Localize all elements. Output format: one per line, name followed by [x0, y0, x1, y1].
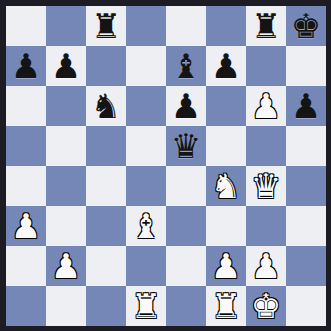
white-pawn-b2[interactable]: ♟	[51, 246, 81, 286]
black-pawn-b7[interactable]: ♟	[51, 46, 81, 86]
square-h8[interactable]: ♚	[286, 6, 326, 46]
square-h4[interactable]	[286, 166, 326, 206]
chess-board: ♜♜♚♟♟♝♟♞♟♟♟♛♞♛♟♝♟♟♟♜♜♚	[6, 6, 326, 326]
square-b8[interactable]	[46, 6, 86, 46]
square-d4[interactable]	[126, 166, 166, 206]
square-a4[interactable]	[6, 166, 46, 206]
square-a8[interactable]	[6, 6, 46, 46]
square-f4[interactable]: ♞	[206, 166, 246, 206]
white-pawn-g2[interactable]: ♟	[251, 246, 281, 286]
square-d2[interactable]	[126, 246, 166, 286]
square-f3[interactable]	[206, 206, 246, 246]
black-bishop-e7[interactable]: ♝	[171, 46, 201, 86]
square-c7[interactable]	[86, 46, 126, 86]
white-pawn-f2[interactable]: ♟	[211, 246, 241, 286]
square-d8[interactable]	[126, 6, 166, 46]
black-rook-c8[interactable]: ♜	[91, 6, 121, 46]
square-e2[interactable]	[166, 246, 206, 286]
square-g6[interactable]: ♟	[246, 86, 286, 126]
square-d7[interactable]	[126, 46, 166, 86]
black-rook-g8[interactable]: ♜	[251, 6, 281, 46]
square-b5[interactable]	[46, 126, 86, 166]
square-f2[interactable]: ♟	[206, 246, 246, 286]
square-e8[interactable]	[166, 6, 206, 46]
square-e6[interactable]: ♟	[166, 86, 206, 126]
square-a5[interactable]	[6, 126, 46, 166]
square-f6[interactable]	[206, 86, 246, 126]
square-a6[interactable]	[6, 86, 46, 126]
black-knight-c6[interactable]: ♞	[91, 86, 121, 126]
square-a1[interactable]	[6, 286, 46, 326]
square-g2[interactable]: ♟	[246, 246, 286, 286]
square-e3[interactable]	[166, 206, 206, 246]
square-g1[interactable]: ♚	[246, 286, 286, 326]
white-rook-f1[interactable]: ♜	[211, 286, 241, 326]
square-c6[interactable]: ♞	[86, 86, 126, 126]
square-c8[interactable]: ♜	[86, 6, 126, 46]
white-rook-d1[interactable]: ♜	[131, 286, 161, 326]
square-b1[interactable]	[46, 286, 86, 326]
square-g5[interactable]	[246, 126, 286, 166]
white-king-g1[interactable]: ♚	[251, 286, 281, 326]
square-b7[interactable]: ♟	[46, 46, 86, 86]
square-h6[interactable]: ♟	[286, 86, 326, 126]
square-g7[interactable]	[246, 46, 286, 86]
white-pawn-a3[interactable]: ♟	[11, 206, 41, 246]
square-h3[interactable]	[286, 206, 326, 246]
square-d1[interactable]: ♜	[126, 286, 166, 326]
square-b6[interactable]	[46, 86, 86, 126]
chess-board-frame: ♜♜♚♟♟♝♟♞♟♟♟♛♞♛♟♝♟♟♟♜♜♚	[0, 0, 331, 331]
square-h2[interactable]	[286, 246, 326, 286]
black-pawn-e6[interactable]: ♟	[171, 86, 201, 126]
square-g4[interactable]: ♛	[246, 166, 286, 206]
square-h1[interactable]	[286, 286, 326, 326]
square-a7[interactable]: ♟	[6, 46, 46, 86]
white-bishop-d3[interactable]: ♝	[131, 206, 161, 246]
square-d3[interactable]: ♝	[126, 206, 166, 246]
black-queen-e5[interactable]: ♛	[171, 126, 201, 166]
white-knight-f4[interactable]: ♞	[211, 166, 241, 206]
square-b3[interactable]	[46, 206, 86, 246]
white-pawn-g6[interactable]: ♟	[251, 86, 281, 126]
square-e4[interactable]	[166, 166, 206, 206]
square-f7[interactable]: ♟	[206, 46, 246, 86]
white-queen-g4[interactable]: ♛	[251, 166, 281, 206]
square-h7[interactable]	[286, 46, 326, 86]
black-pawn-f7[interactable]: ♟	[211, 46, 241, 86]
square-c5[interactable]	[86, 126, 126, 166]
square-g8[interactable]: ♜	[246, 6, 286, 46]
square-f5[interactable]	[206, 126, 246, 166]
black-pawn-h6[interactable]: ♟	[291, 86, 321, 126]
square-e1[interactable]	[166, 286, 206, 326]
square-b4[interactable]	[46, 166, 86, 206]
square-d5[interactable]	[126, 126, 166, 166]
square-f1[interactable]: ♜	[206, 286, 246, 326]
square-c1[interactable]	[86, 286, 126, 326]
square-a3[interactable]: ♟	[6, 206, 46, 246]
square-e7[interactable]: ♝	[166, 46, 206, 86]
square-c4[interactable]	[86, 166, 126, 206]
square-f8[interactable]	[206, 6, 246, 46]
square-c3[interactable]	[86, 206, 126, 246]
square-b2[interactable]: ♟	[46, 246, 86, 286]
square-d6[interactable]	[126, 86, 166, 126]
square-c2[interactable]	[86, 246, 126, 286]
square-a2[interactable]	[6, 246, 46, 286]
square-h5[interactable]	[286, 126, 326, 166]
black-king-h8[interactable]: ♚	[291, 6, 321, 46]
square-g3[interactable]	[246, 206, 286, 246]
square-e5[interactable]: ♛	[166, 126, 206, 166]
black-pawn-a7[interactable]: ♟	[11, 46, 41, 86]
